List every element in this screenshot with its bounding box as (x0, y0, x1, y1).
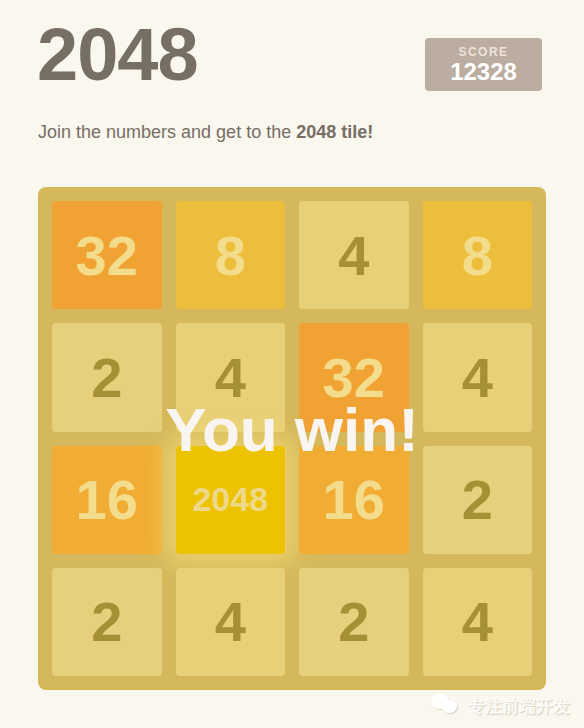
watermark-text: 专注前端开发 (468, 695, 570, 718)
tile-r4c2-4: 4 (176, 568, 286, 676)
tile-r1c3-4: 4 (299, 201, 409, 309)
subtitle-normal: Join the numbers and get to the (38, 122, 296, 142)
tile-r1c1-32: 32 (52, 201, 162, 309)
tile-r1c4-8: 8 (423, 201, 533, 309)
score-value: 12328 (450, 59, 517, 85)
tile-r1c2-8: 8 (176, 201, 286, 309)
tile-r2c3-32: 32 (299, 323, 409, 431)
page: 2048 SCORE 12328 Join the numbers and ge… (0, 0, 584, 728)
tile-r2c1-2: 2 (52, 323, 162, 431)
chat-bubble-small (442, 700, 457, 713)
tile-r3c4-2: 2 (423, 446, 533, 554)
page-title: 2048 (37, 18, 198, 92)
watermark: 专注前端开发 (431, 694, 570, 718)
tile-r4c3-2: 2 (299, 568, 409, 676)
game-board[interactable]: 32848243241620481622424 (38, 187, 546, 690)
tile-r4c4-4: 4 (423, 568, 533, 676)
chat-bubbles-icon (431, 694, 461, 718)
subtitle-goal: 2048 tile! (296, 122, 373, 142)
tile-r3c3-16: 16 (299, 446, 409, 554)
tile-r2c4-4: 4 (423, 323, 533, 431)
score-box: SCORE 12328 (425, 38, 542, 91)
tile-r3c2-2048: 2048 (176, 446, 286, 554)
score-label: SCORE (458, 45, 508, 59)
tile-r3c1-16: 16 (52, 446, 162, 554)
tile-r2c2-4: 4 (176, 323, 286, 431)
tile-r4c1-2: 2 (52, 568, 162, 676)
subtitle: Join the numbers and get to the 2048 til… (38, 120, 373, 144)
